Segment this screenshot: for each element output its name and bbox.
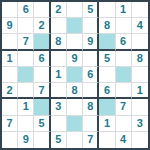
cell-r4c9[interactable]: 8: [132, 51, 148, 67]
cell-r6c3[interactable]: 7: [34, 83, 50, 99]
cell-r3c1[interactable]: [2, 34, 18, 50]
cell-r7c4[interactable]: 3: [51, 99, 67, 115]
cell-r2c8[interactable]: [116, 18, 132, 34]
cell-r7c1[interactable]: [2, 99, 18, 115]
cell-r6c9[interactable]: 1: [132, 83, 148, 99]
cell-r4c2[interactable]: [18, 51, 34, 67]
cell-r5c5[interactable]: [67, 67, 83, 83]
cell-r8c6[interactable]: [83, 116, 99, 132]
cell-r2c4[interactable]: [51, 18, 67, 34]
cell-r9c1[interactable]: [2, 132, 18, 148]
cell-r5c2[interactable]: [18, 67, 34, 83]
cell-r9c3[interactable]: [34, 132, 50, 148]
cell-r5c9[interactable]: [132, 67, 148, 83]
cell-r1c7[interactable]: [99, 2, 115, 18]
cell-r8c1[interactable]: 7: [2, 116, 18, 132]
cell-r3c9[interactable]: [132, 34, 148, 50]
cell-r7c2[interactable]: 1: [18, 99, 34, 115]
cell-r7c6[interactable]: 8: [83, 99, 99, 115]
cell-r3c4[interactable]: 8: [51, 34, 67, 50]
cell-r7c5[interactable]: [67, 99, 83, 115]
cell-r9c5[interactable]: [67, 132, 83, 148]
cell-r7c3[interactable]: [34, 99, 50, 115]
cell-r1c1[interactable]: [2, 2, 18, 18]
cell-r4c1[interactable]: 1: [2, 51, 18, 67]
cell-r4c6[interactable]: [83, 51, 99, 67]
cell-r9c9[interactable]: [132, 132, 148, 148]
cell-r6c8[interactable]: [116, 83, 132, 99]
cell-r1c8[interactable]: 1: [116, 2, 132, 18]
cell-r2c7[interactable]: 8: [99, 18, 115, 34]
cell-r8c7[interactable]: 1: [99, 116, 115, 132]
cell-r2c3[interactable]: 2: [34, 18, 50, 34]
cell-r5c3[interactable]: [34, 67, 50, 83]
cell-r6c7[interactable]: 6: [99, 83, 115, 99]
cell-r2c2[interactable]: [18, 18, 34, 34]
cell-r1c5[interactable]: [67, 2, 83, 18]
cell-r1c3[interactable]: [34, 2, 50, 18]
cell-r2c6[interactable]: [83, 18, 99, 34]
cell-r8c4[interactable]: [51, 116, 67, 132]
cell-r6c2[interactable]: [18, 83, 34, 99]
cell-r9c6[interactable]: 7: [83, 132, 99, 148]
cell-r3c8[interactable]: 6: [116, 34, 132, 50]
cell-r4c7[interactable]: 5: [99, 51, 115, 67]
cell-r5c1[interactable]: [2, 67, 18, 83]
cell-r8c8[interactable]: [116, 116, 132, 132]
cell-r8c2[interactable]: [18, 116, 34, 132]
cell-r3c6[interactable]: 9: [83, 34, 99, 50]
cell-r4c8[interactable]: [116, 51, 132, 67]
sudoku-board: 625192847896169581627861138775139574: [0, 0, 150, 150]
cell-r9c7[interactable]: [99, 132, 115, 148]
cell-r8c5[interactable]: [67, 116, 83, 132]
cell-r3c3[interactable]: [34, 34, 50, 50]
cell-r1c2[interactable]: 6: [18, 2, 34, 18]
cell-r9c4[interactable]: 5: [51, 132, 67, 148]
cell-r4c3[interactable]: 6: [34, 51, 50, 67]
cell-r6c5[interactable]: 8: [67, 83, 83, 99]
cell-r8c3[interactable]: 5: [34, 116, 50, 132]
cell-r6c6[interactable]: [83, 83, 99, 99]
cell-r9c8[interactable]: 4: [116, 132, 132, 148]
cell-r3c2[interactable]: 7: [18, 34, 34, 50]
cell-r6c4[interactable]: [51, 83, 67, 99]
cell-r1c6[interactable]: 5: [83, 2, 99, 18]
cell-r6c1[interactable]: 2: [2, 83, 18, 99]
cell-r5c4[interactable]: 1: [51, 67, 67, 83]
cell-r7c7[interactable]: [99, 99, 115, 115]
cell-r2c9[interactable]: 4: [132, 18, 148, 34]
cell-r5c7[interactable]: [99, 67, 115, 83]
cell-r1c4[interactable]: 2: [51, 2, 67, 18]
cell-r1c9[interactable]: [132, 2, 148, 18]
cell-r2c5[interactable]: [67, 18, 83, 34]
cell-r8c9[interactable]: 3: [132, 116, 148, 132]
cell-r3c7[interactable]: [99, 34, 115, 50]
cell-r4c4[interactable]: [51, 51, 67, 67]
cell-r5c6[interactable]: 6: [83, 67, 99, 83]
cell-r3c5[interactable]: [67, 34, 83, 50]
cell-r7c9[interactable]: [132, 99, 148, 115]
cell-r9c2[interactable]: 9: [18, 132, 34, 148]
cell-r4c5[interactable]: 9: [67, 51, 83, 67]
cell-r2c1[interactable]: 9: [2, 18, 18, 34]
cell-r7c8[interactable]: 7: [116, 99, 132, 115]
cell-r5c8[interactable]: [116, 67, 132, 83]
